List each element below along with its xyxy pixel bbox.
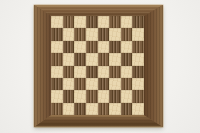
- board-squares: [51, 16, 144, 115]
- square-f4: [109, 66, 121, 78]
- square-e7: [98, 28, 110, 40]
- board-frame-left: [34, 5, 51, 127]
- square-a2: [51, 90, 63, 102]
- square-f6: [109, 41, 121, 53]
- square-e8: [98, 16, 110, 28]
- square-c6: [74, 41, 86, 53]
- square-c5: [74, 53, 86, 65]
- square-f1: [109, 103, 121, 115]
- square-d2: [86, 90, 98, 102]
- square-h6: [132, 41, 144, 53]
- square-b8: [63, 16, 75, 28]
- square-c1: [74, 103, 86, 115]
- square-d7: [86, 28, 98, 40]
- square-h5: [132, 53, 144, 65]
- square-c7: [74, 28, 86, 40]
- square-g1: [121, 103, 133, 115]
- square-e3: [98, 78, 110, 90]
- square-h8: [132, 16, 144, 28]
- square-a5: [51, 53, 63, 65]
- square-a6: [51, 41, 63, 53]
- square-g6: [121, 41, 133, 53]
- square-d4: [86, 66, 98, 78]
- board-frame-right: [144, 5, 163, 127]
- square-d6: [86, 41, 98, 53]
- square-e6: [98, 41, 110, 53]
- square-g8: [121, 16, 133, 28]
- square-d3: [86, 78, 98, 90]
- square-h7: [132, 28, 144, 40]
- square-g3: [121, 78, 133, 90]
- square-b5: [63, 53, 75, 65]
- square-e2: [98, 90, 110, 102]
- square-b6: [63, 41, 75, 53]
- square-a8: [51, 16, 63, 28]
- square-b4: [63, 66, 75, 78]
- square-f5: [109, 53, 121, 65]
- square-g5: [121, 53, 133, 65]
- square-b3: [63, 78, 75, 90]
- square-e5: [98, 53, 110, 65]
- square-b7: [63, 28, 75, 40]
- board-frame-bottom: [34, 115, 163, 127]
- square-g2: [121, 90, 133, 102]
- square-c4: [74, 66, 86, 78]
- square-g7: [121, 28, 133, 40]
- square-f2: [109, 90, 121, 102]
- square-f3: [109, 78, 121, 90]
- square-e4: [98, 66, 110, 78]
- square-d1: [86, 103, 98, 115]
- square-a3: [51, 78, 63, 90]
- square-a7: [51, 28, 63, 40]
- square-h2: [132, 90, 144, 102]
- square-c3: [74, 78, 86, 90]
- square-a1: [51, 103, 63, 115]
- chess-board: [34, 5, 163, 127]
- square-b1: [63, 103, 75, 115]
- square-b2: [63, 90, 75, 102]
- square-c8: [74, 16, 86, 28]
- square-h4: [132, 66, 144, 78]
- square-g4: [121, 66, 133, 78]
- photo-background: [0, 0, 200, 133]
- square-d8: [86, 16, 98, 28]
- square-f7: [109, 28, 121, 40]
- board-frame-top: [34, 5, 163, 16]
- square-d5: [86, 53, 98, 65]
- square-c2: [74, 90, 86, 102]
- square-f8: [109, 16, 121, 28]
- square-e1: [98, 103, 110, 115]
- square-h1: [132, 103, 144, 115]
- square-h3: [132, 78, 144, 90]
- square-a4: [51, 66, 63, 78]
